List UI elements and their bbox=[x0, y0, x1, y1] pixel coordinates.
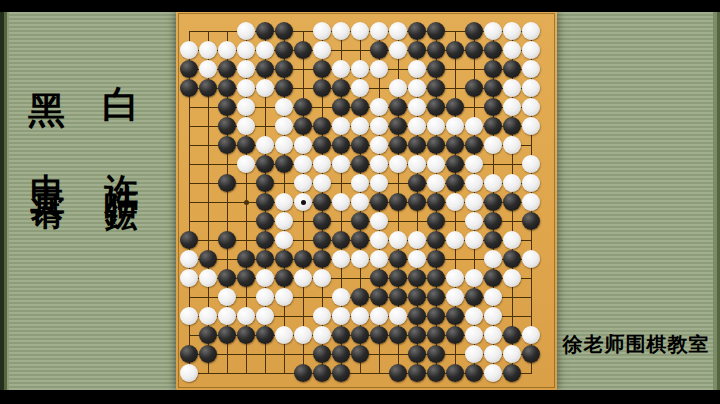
white-stone bbox=[275, 326, 293, 344]
white-stone bbox=[332, 307, 350, 325]
white-stone bbox=[275, 98, 293, 116]
black-stone bbox=[275, 60, 293, 78]
black-stone bbox=[408, 288, 426, 306]
white-stone bbox=[503, 269, 521, 287]
white-stone bbox=[237, 155, 255, 173]
white-stone bbox=[503, 231, 521, 249]
black-stone bbox=[199, 326, 217, 344]
white-stone bbox=[313, 269, 331, 287]
white-stone bbox=[484, 22, 502, 40]
white-stone bbox=[237, 79, 255, 97]
black-stone bbox=[484, 212, 502, 230]
black-stone bbox=[389, 136, 407, 154]
black-stone bbox=[484, 117, 502, 135]
black-stone bbox=[465, 22, 483, 40]
white-stone bbox=[389, 41, 407, 59]
white-stone bbox=[237, 41, 255, 59]
white-stone bbox=[522, 60, 540, 78]
go-board bbox=[176, 12, 557, 390]
black-stone bbox=[389, 98, 407, 116]
white-stone bbox=[313, 174, 331, 192]
white-stone bbox=[256, 79, 274, 97]
white-stone bbox=[370, 117, 388, 135]
white-stone bbox=[294, 136, 312, 154]
black-stone bbox=[389, 364, 407, 382]
white-stone bbox=[370, 250, 388, 268]
white-stone bbox=[446, 231, 464, 249]
black-stone bbox=[408, 174, 426, 192]
white-stone bbox=[256, 136, 274, 154]
white-stone bbox=[465, 117, 483, 135]
white-stone bbox=[294, 326, 312, 344]
white-stone bbox=[256, 41, 274, 59]
black-stone bbox=[218, 326, 236, 344]
black-stone bbox=[332, 98, 350, 116]
white-stone bbox=[351, 60, 369, 78]
white-stone bbox=[503, 98, 521, 116]
white-stone bbox=[370, 98, 388, 116]
black-stone bbox=[351, 288, 369, 306]
white-stone bbox=[484, 174, 502, 192]
black-stone bbox=[408, 41, 426, 59]
black-stone bbox=[484, 269, 502, 287]
black-stone bbox=[503, 117, 521, 135]
black-stone bbox=[503, 250, 521, 268]
black-stone bbox=[427, 60, 445, 78]
white-stone bbox=[275, 136, 293, 154]
white-stone bbox=[484, 364, 502, 382]
black-stone bbox=[427, 41, 445, 59]
white-stone bbox=[370, 22, 388, 40]
black-stone bbox=[446, 155, 464, 173]
white-stone bbox=[313, 41, 331, 59]
black-stone bbox=[180, 345, 198, 363]
black-stone bbox=[294, 98, 312, 116]
black-stone bbox=[522, 212, 540, 230]
black-stone bbox=[427, 231, 445, 249]
black-stone bbox=[427, 212, 445, 230]
letterbox-bar-top bbox=[0, 0, 720, 12]
white-stone bbox=[522, 326, 540, 344]
white-stone bbox=[484, 250, 502, 268]
white-stone bbox=[294, 269, 312, 287]
white-stone bbox=[313, 307, 331, 325]
black-stone bbox=[465, 79, 483, 97]
white-stone bbox=[351, 193, 369, 211]
white-stone bbox=[446, 193, 464, 211]
black-stone bbox=[256, 22, 274, 40]
black-stone bbox=[332, 345, 350, 363]
white-stone bbox=[351, 174, 369, 192]
white-stone bbox=[275, 231, 293, 249]
white-stone bbox=[427, 174, 445, 192]
black-stone bbox=[218, 98, 236, 116]
tatami-seam-left bbox=[0, 12, 9, 390]
black-stone bbox=[313, 231, 331, 249]
black-stone bbox=[218, 231, 236, 249]
black-stone bbox=[389, 326, 407, 344]
white-player-name: 许皓鋐 bbox=[95, 146, 139, 182]
white-stone bbox=[351, 250, 369, 268]
white-stone bbox=[180, 307, 198, 325]
black-stone bbox=[389, 269, 407, 287]
black-stone bbox=[427, 269, 445, 287]
white-stone bbox=[237, 22, 255, 40]
white-stone bbox=[522, 41, 540, 59]
white-stone bbox=[218, 288, 236, 306]
black-stone bbox=[370, 41, 388, 59]
white-stone bbox=[275, 212, 293, 230]
white-stone bbox=[370, 136, 388, 154]
letterbox-bar-bottom bbox=[0, 390, 720, 404]
white-stone bbox=[237, 307, 255, 325]
white-stone bbox=[408, 79, 426, 97]
white-stone bbox=[351, 79, 369, 97]
white-stone bbox=[465, 269, 483, 287]
white-stone bbox=[218, 307, 236, 325]
black-stone bbox=[180, 231, 198, 249]
black-stone bbox=[351, 231, 369, 249]
black-stone bbox=[351, 345, 369, 363]
white-stone bbox=[465, 231, 483, 249]
white-stone bbox=[408, 250, 426, 268]
black-stone bbox=[332, 364, 350, 382]
black-stone bbox=[256, 326, 274, 344]
white-stone bbox=[522, 193, 540, 211]
black-stone bbox=[332, 136, 350, 154]
white-stone bbox=[503, 41, 521, 59]
star-point bbox=[244, 200, 249, 205]
black-stone bbox=[408, 136, 426, 154]
black-stone bbox=[218, 60, 236, 78]
black-stone bbox=[199, 79, 217, 97]
black-stone bbox=[408, 326, 426, 344]
black-stone bbox=[389, 193, 407, 211]
black-stone bbox=[237, 136, 255, 154]
black-stone bbox=[275, 79, 293, 97]
white-stone bbox=[484, 136, 502, 154]
black-stone bbox=[275, 269, 293, 287]
white-stone bbox=[199, 307, 217, 325]
white-stone bbox=[332, 60, 350, 78]
black-stone bbox=[351, 98, 369, 116]
white-stone bbox=[465, 212, 483, 230]
black-stone bbox=[503, 326, 521, 344]
white-stone bbox=[389, 307, 407, 325]
white-stone bbox=[503, 136, 521, 154]
white-stone bbox=[484, 326, 502, 344]
white-stone bbox=[294, 193, 312, 211]
black-stone bbox=[484, 193, 502, 211]
black-stone bbox=[275, 41, 293, 59]
white-stone bbox=[408, 98, 426, 116]
white-stone bbox=[199, 60, 217, 78]
white-stone bbox=[370, 231, 388, 249]
white-stone bbox=[465, 174, 483, 192]
white-stone bbox=[237, 117, 255, 135]
white-stone bbox=[370, 212, 388, 230]
black-stone bbox=[256, 231, 274, 249]
white-stone bbox=[370, 155, 388, 173]
black-stone bbox=[389, 250, 407, 268]
white-stone bbox=[199, 269, 217, 287]
white-stone bbox=[237, 98, 255, 116]
black-stone bbox=[351, 326, 369, 344]
black-stone bbox=[427, 193, 445, 211]
black-stone bbox=[256, 155, 274, 173]
black-stone bbox=[408, 193, 426, 211]
black-stone bbox=[218, 117, 236, 135]
black-stone bbox=[313, 60, 331, 78]
black-stone bbox=[408, 307, 426, 325]
white-stone bbox=[313, 326, 331, 344]
black-stone bbox=[427, 98, 445, 116]
black-stone bbox=[351, 136, 369, 154]
black-stone bbox=[199, 250, 217, 268]
white-stone bbox=[503, 345, 521, 363]
black-stone bbox=[427, 364, 445, 382]
black-stone bbox=[237, 269, 255, 287]
white-stone bbox=[522, 79, 540, 97]
white-stone bbox=[446, 288, 464, 306]
black-stone bbox=[465, 136, 483, 154]
black-stone bbox=[370, 326, 388, 344]
white-stone bbox=[465, 155, 483, 173]
black-stone bbox=[446, 41, 464, 59]
white-stone bbox=[294, 174, 312, 192]
white-stone bbox=[351, 22, 369, 40]
black-stone bbox=[484, 231, 502, 249]
white-stone bbox=[256, 269, 274, 287]
white-stone bbox=[446, 269, 464, 287]
black-stone bbox=[503, 193, 521, 211]
white-stone bbox=[465, 326, 483, 344]
white-stone bbox=[199, 41, 217, 59]
white-stone bbox=[180, 269, 198, 287]
black-stone bbox=[465, 364, 483, 382]
black-stone bbox=[256, 174, 274, 192]
black-stone bbox=[199, 345, 217, 363]
channel-caption: 徐老师围棋教室 bbox=[556, 331, 716, 358]
black-player-name: 申真谞 bbox=[21, 146, 65, 182]
white-stone bbox=[389, 22, 407, 40]
black-stone bbox=[275, 22, 293, 40]
white-stone bbox=[218, 41, 236, 59]
black-stone bbox=[408, 22, 426, 40]
white-stone bbox=[465, 193, 483, 211]
white-stone bbox=[484, 345, 502, 363]
white-stone bbox=[408, 231, 426, 249]
black-stone bbox=[503, 364, 521, 382]
black-stone bbox=[427, 136, 445, 154]
black-stone bbox=[389, 117, 407, 135]
black-stone bbox=[446, 307, 464, 325]
white-stone bbox=[503, 22, 521, 40]
white-stone bbox=[408, 155, 426, 173]
black-stone bbox=[294, 364, 312, 382]
black-stone bbox=[446, 326, 464, 344]
black-stone bbox=[465, 288, 483, 306]
video-frame[interactable]: 黑 申真谞 白 许皓鋐 徐老师围棋教室 bbox=[0, 0, 720, 404]
black-stone bbox=[446, 364, 464, 382]
white-stone bbox=[389, 155, 407, 173]
black-stone bbox=[218, 174, 236, 192]
white-stone bbox=[522, 174, 540, 192]
black-stone bbox=[465, 41, 483, 59]
black-stone bbox=[275, 250, 293, 268]
black-stone bbox=[427, 288, 445, 306]
black-stone bbox=[218, 136, 236, 154]
black-stone bbox=[313, 117, 331, 135]
white-stone bbox=[465, 345, 483, 363]
white-stone bbox=[275, 117, 293, 135]
white-stone bbox=[370, 174, 388, 192]
white-stone bbox=[522, 22, 540, 40]
white-stone bbox=[446, 117, 464, 135]
black-stone bbox=[370, 269, 388, 287]
black-stone bbox=[484, 98, 502, 116]
last-move-marker bbox=[301, 200, 306, 205]
black-stone bbox=[427, 307, 445, 325]
black-stone bbox=[427, 345, 445, 363]
black-stone bbox=[408, 269, 426, 287]
black-stone bbox=[522, 345, 540, 363]
white-stone bbox=[408, 117, 426, 135]
white-stone bbox=[256, 288, 274, 306]
white-stone bbox=[313, 22, 331, 40]
white-stone bbox=[522, 117, 540, 135]
black-stone bbox=[313, 364, 331, 382]
black-stone bbox=[427, 326, 445, 344]
black-stone bbox=[370, 193, 388, 211]
white-stone bbox=[408, 60, 426, 78]
white-stone bbox=[313, 155, 331, 173]
white-stone bbox=[275, 193, 293, 211]
black-stone bbox=[427, 250, 445, 268]
black-stone bbox=[294, 250, 312, 268]
white-stone bbox=[332, 250, 350, 268]
black-stone bbox=[313, 79, 331, 97]
black-stone bbox=[313, 250, 331, 268]
black-stone bbox=[484, 60, 502, 78]
black-stone bbox=[256, 212, 274, 230]
black-stone bbox=[237, 326, 255, 344]
white-stone bbox=[503, 174, 521, 192]
black-stone bbox=[313, 136, 331, 154]
white-stone bbox=[275, 288, 293, 306]
white-stone bbox=[522, 98, 540, 116]
white-stone bbox=[522, 250, 540, 268]
black-stone bbox=[275, 155, 293, 173]
white-stone bbox=[370, 307, 388, 325]
black-stone bbox=[218, 79, 236, 97]
white-stone bbox=[389, 231, 407, 249]
white-stone bbox=[503, 79, 521, 97]
black-stone bbox=[218, 269, 236, 287]
black-stone bbox=[180, 60, 198, 78]
black-stone bbox=[256, 60, 274, 78]
white-stone bbox=[180, 41, 198, 59]
white-stone bbox=[427, 117, 445, 135]
white-stone bbox=[427, 155, 445, 173]
black-stone bbox=[313, 212, 331, 230]
white-stone bbox=[389, 79, 407, 97]
black-stone bbox=[446, 98, 464, 116]
white-stone bbox=[332, 155, 350, 173]
black-stone bbox=[332, 326, 350, 344]
white-stone bbox=[370, 60, 388, 78]
white-stone bbox=[332, 193, 350, 211]
white-stone bbox=[332, 22, 350, 40]
white-stone bbox=[484, 307, 502, 325]
white-stone bbox=[465, 307, 483, 325]
black-stone bbox=[427, 22, 445, 40]
white-stone bbox=[351, 307, 369, 325]
black-stone bbox=[408, 364, 426, 382]
black-stone bbox=[313, 345, 331, 363]
black-stone bbox=[427, 79, 445, 97]
black-stone bbox=[313, 193, 331, 211]
black-stone bbox=[389, 288, 407, 306]
black-stone bbox=[446, 136, 464, 154]
white-stone bbox=[294, 155, 312, 173]
white-stone bbox=[522, 155, 540, 173]
white-stone bbox=[180, 250, 198, 268]
black-stone bbox=[332, 79, 350, 97]
black-stone bbox=[408, 345, 426, 363]
black-stone bbox=[351, 212, 369, 230]
black-stone bbox=[446, 174, 464, 192]
black-stone bbox=[180, 79, 198, 97]
white-stone bbox=[180, 364, 198, 382]
white-stone bbox=[332, 117, 350, 135]
white-stone bbox=[351, 117, 369, 135]
black-stone bbox=[237, 250, 255, 268]
white-stone bbox=[332, 288, 350, 306]
black-stone bbox=[256, 193, 274, 211]
black-stone bbox=[294, 41, 312, 59]
white-stone bbox=[256, 307, 274, 325]
black-stone bbox=[294, 117, 312, 135]
black-stone bbox=[351, 155, 369, 173]
black-stone bbox=[370, 288, 388, 306]
white-stone bbox=[237, 60, 255, 78]
black-stone bbox=[256, 250, 274, 268]
black-stone bbox=[484, 41, 502, 59]
black-stone bbox=[332, 231, 350, 249]
white-stone bbox=[484, 288, 502, 306]
black-stone bbox=[484, 79, 502, 97]
black-stone bbox=[503, 60, 521, 78]
